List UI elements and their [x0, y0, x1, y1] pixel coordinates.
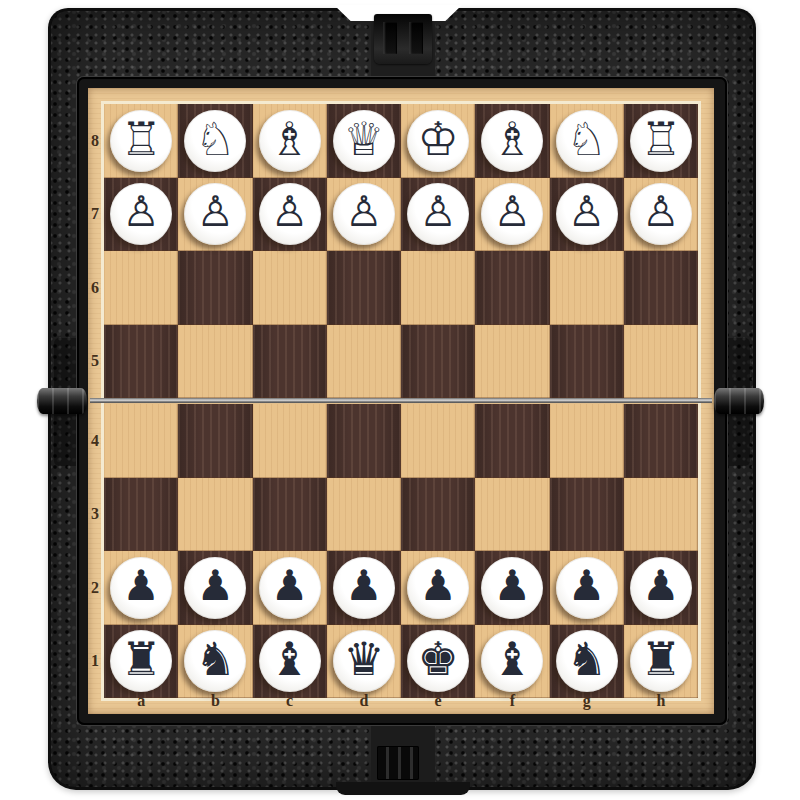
black-pawn-glyph: ♟	[197, 565, 235, 607]
piece-black-pawn-g2[interactable]: ♟	[556, 557, 618, 619]
black-bishop-glyph: ♝	[492, 636, 533, 682]
black-pawn-glyph: ♟	[568, 565, 606, 607]
black-bishop-glyph: ♝	[269, 636, 310, 682]
square-g2[interactable]: ♟	[550, 551, 624, 625]
white-pawn-glyph: ♙	[494, 191, 532, 233]
white-pawn-glyph: ♙	[568, 191, 606, 233]
piece-black-king-e1[interactable]: ♚	[407, 630, 469, 692]
piece-black-bishop-f1[interactable]: ♝	[481, 630, 543, 692]
rank-label-4: 4	[88, 430, 102, 452]
square-a5[interactable]	[104, 325, 178, 399]
piece-black-rook-h1[interactable]: ♜	[630, 630, 692, 692]
piece-white-rook-a8[interactable]: ♖	[110, 110, 172, 172]
square-a4[interactable]	[104, 404, 178, 478]
square-d6[interactable]	[327, 251, 401, 325]
square-b6[interactable]	[178, 251, 252, 325]
piece-black-knight-g1[interactable]: ♞	[556, 630, 618, 692]
piece-black-pawn-h2[interactable]: ♟	[630, 557, 692, 619]
square-a3[interactable]	[104, 478, 178, 552]
chess-board: 87654321 ♖♘♗♕♔♗♘♖♙♙♙♙♙♙♙♙ ♟♟♟♟♟♟♟♟♜♞♝♛♚♝…	[88, 88, 714, 714]
black-pawn-glyph: ♟	[419, 565, 457, 607]
square-h6[interactable]	[624, 251, 698, 325]
square-b8[interactable]: ♘	[178, 104, 252, 178]
square-e5[interactable]	[401, 325, 475, 399]
piece-white-pawn-h7[interactable]: ♙	[630, 183, 692, 245]
piece-black-knight-b1[interactable]: ♞	[184, 630, 246, 692]
top-latch	[374, 14, 432, 64]
black-rook-glyph: ♜	[640, 636, 681, 682]
square-d1[interactable]: ♛	[327, 625, 401, 699]
square-e1[interactable]: ♚	[401, 625, 475, 699]
file-label-h: h	[624, 691, 698, 711]
square-g1[interactable]: ♞	[550, 625, 624, 699]
board-grid-bottom: ♟♟♟♟♟♟♟♟♜♞♝♛♚♝♞♜	[104, 404, 698, 698]
square-a2[interactable]: ♟	[104, 551, 178, 625]
piece-white-pawn-d7[interactable]: ♙	[333, 183, 395, 245]
white-pawn-glyph: ♙	[271, 191, 309, 233]
square-e2[interactable]: ♟	[401, 551, 475, 625]
black-knight-glyph: ♞	[195, 636, 236, 682]
file-label-b: b	[178, 691, 252, 711]
white-pawn-glyph: ♙	[122, 191, 160, 233]
square-c8[interactable]: ♗	[253, 104, 327, 178]
square-c7[interactable]: ♙	[253, 178, 327, 252]
file-label-g: g	[550, 691, 624, 711]
file-label-c: c	[253, 691, 327, 711]
square-d8[interactable]: ♕	[327, 104, 401, 178]
piece-white-pawn-c7[interactable]: ♙	[259, 183, 321, 245]
piece-black-pawn-d2[interactable]: ♟	[333, 557, 395, 619]
piece-white-pawn-a7[interactable]: ♙	[110, 183, 172, 245]
square-d2[interactable]: ♟	[327, 551, 401, 625]
square-a1[interactable]: ♜	[104, 625, 178, 699]
black-pawn-glyph: ♟	[122, 565, 160, 607]
right-hinge-pin	[714, 388, 764, 414]
rank-label-3: 3	[88, 503, 102, 525]
white-rook-glyph: ♖	[121, 116, 162, 162]
black-king-glyph: ♚	[418, 636, 459, 682]
top-latch-slot	[383, 22, 397, 54]
white-bishop-glyph: ♗	[269, 116, 310, 162]
square-d4[interactable]	[327, 404, 401, 478]
square-f2[interactable]: ♟	[475, 551, 549, 625]
square-h3[interactable]	[624, 478, 698, 552]
piece-white-bishop-f8[interactable]: ♗	[481, 110, 543, 172]
square-g5[interactable]	[550, 325, 624, 399]
piece-white-pawn-b7[interactable]: ♙	[184, 183, 246, 245]
piece-black-pawn-e2[interactable]: ♟	[407, 557, 469, 619]
rank-label-6: 6	[88, 277, 102, 299]
square-h1[interactable]: ♜	[624, 625, 698, 699]
square-h8[interactable]: ♖	[624, 104, 698, 178]
top-latch-slot	[409, 22, 423, 54]
square-e8[interactable]: ♔	[401, 104, 475, 178]
piece-white-bishop-c8[interactable]: ♗	[259, 110, 321, 172]
piece-black-pawn-a2[interactable]: ♟	[110, 557, 172, 619]
file-label-a: a	[104, 691, 178, 711]
square-c3[interactable]	[253, 478, 327, 552]
square-d5[interactable]	[327, 325, 401, 399]
black-pawn-glyph: ♟	[271, 565, 309, 607]
piece-white-knight-g8[interactable]: ♘	[556, 110, 618, 172]
white-knight-glyph: ♘	[566, 116, 607, 162]
black-pawn-glyph: ♟	[494, 565, 532, 607]
piece-white-knight-b8[interactable]: ♘	[184, 110, 246, 172]
square-c4[interactable]	[253, 404, 327, 478]
square-d7[interactable]: ♙	[327, 178, 401, 252]
piece-white-pawn-g7[interactable]: ♙	[556, 183, 618, 245]
square-h7[interactable]: ♙	[624, 178, 698, 252]
bottom-latch-step	[336, 782, 470, 795]
square-d3[interactable]	[327, 478, 401, 552]
rank-label-5: 5	[88, 350, 102, 372]
square-f4[interactable]	[475, 404, 549, 478]
file-label-d: d	[327, 691, 401, 711]
square-c6[interactable]	[253, 251, 327, 325]
piece-black-pawn-f2[interactable]: ♟	[481, 557, 543, 619]
fold-seam	[90, 398, 712, 403]
black-pawn-glyph: ♟	[642, 565, 680, 607]
square-b4[interactable]	[178, 404, 252, 478]
square-h4[interactable]	[624, 404, 698, 478]
square-b1[interactable]: ♞	[178, 625, 252, 699]
square-e6[interactable]	[401, 251, 475, 325]
square-a8[interactable]: ♖	[104, 104, 178, 178]
piece-white-king-e8[interactable]: ♔	[407, 110, 469, 172]
square-a7[interactable]: ♙	[104, 178, 178, 252]
white-pawn-glyph: ♙	[345, 191, 383, 233]
square-b2[interactable]: ♟	[178, 551, 252, 625]
square-b5[interactable]	[178, 325, 252, 399]
square-f7[interactable]: ♙	[475, 178, 549, 252]
square-g7[interactable]: ♙	[550, 178, 624, 252]
rank-label-8: 8	[88, 130, 102, 152]
square-g4[interactable]	[550, 404, 624, 478]
square-h5[interactable]	[624, 325, 698, 399]
piece-black-queen-d1[interactable]: ♛	[333, 630, 395, 692]
piece-black-pawn-c2[interactable]: ♟	[259, 557, 321, 619]
piece-white-pawn-e7[interactable]: ♙	[407, 183, 469, 245]
square-e7[interactable]: ♙	[401, 178, 475, 252]
photo-canvas: 87654321 ♖♘♗♕♔♗♘♖♙♙♙♙♙♙♙♙ ♟♟♟♟♟♟♟♟♜♞♝♛♚♝…	[0, 0, 800, 800]
bottom-latch	[377, 746, 419, 780]
piece-white-pawn-f7[interactable]: ♙	[481, 183, 543, 245]
white-pawn-glyph: ♙	[642, 191, 680, 233]
black-rook-glyph: ♜	[121, 636, 162, 682]
black-queen-glyph: ♛	[343, 636, 384, 682]
white-bishop-glyph: ♗	[492, 116, 533, 162]
white-rook-glyph: ♖	[640, 116, 681, 162]
square-b7[interactable]: ♙	[178, 178, 252, 252]
black-pawn-glyph: ♟	[345, 565, 383, 607]
square-c1[interactable]: ♝	[253, 625, 327, 699]
black-knight-glyph: ♞	[566, 636, 607, 682]
board-grid-top: ♖♘♗♕♔♗♘♖♙♙♙♙♙♙♙♙	[104, 104, 698, 398]
square-f6[interactable]	[475, 251, 549, 325]
piece-white-rook-h8[interactable]: ♖	[630, 110, 692, 172]
square-g8[interactable]: ♘	[550, 104, 624, 178]
square-f5[interactable]	[475, 325, 549, 399]
square-e3[interactable]	[401, 478, 475, 552]
square-f8[interactable]: ♗	[475, 104, 549, 178]
file-label-f: f	[475, 691, 549, 711]
square-h2[interactable]: ♟	[624, 551, 698, 625]
white-pawn-glyph: ♙	[419, 191, 457, 233]
file-labels: abcdefgh	[104, 691, 698, 711]
square-b3[interactable]	[178, 478, 252, 552]
piece-black-rook-a1[interactable]: ♜	[110, 630, 172, 692]
file-label-e: e	[401, 691, 475, 711]
white-knight-glyph: ♘	[195, 116, 236, 162]
white-queen-glyph: ♕	[343, 116, 384, 162]
square-f3[interactable]	[475, 478, 549, 552]
rank-label-7: 7	[88, 203, 102, 225]
piece-black-bishop-c1[interactable]: ♝	[259, 630, 321, 692]
square-f1[interactable]: ♝	[475, 625, 549, 699]
square-a6[interactable]	[104, 251, 178, 325]
left-hinge-pin	[37, 388, 87, 414]
rank-label-1: 1	[88, 650, 102, 672]
square-e4[interactable]	[401, 404, 475, 478]
square-g3[interactable]	[550, 478, 624, 552]
square-g6[interactable]	[550, 251, 624, 325]
white-pawn-glyph: ♙	[197, 191, 235, 233]
piece-black-pawn-b2[interactable]: ♟	[184, 557, 246, 619]
piece-white-queen-d8[interactable]: ♕	[333, 110, 395, 172]
rank-label-2: 2	[88, 577, 102, 599]
square-c5[interactable]	[253, 325, 327, 399]
white-king-glyph: ♔	[418, 116, 459, 162]
square-c2[interactable]: ♟	[253, 551, 327, 625]
